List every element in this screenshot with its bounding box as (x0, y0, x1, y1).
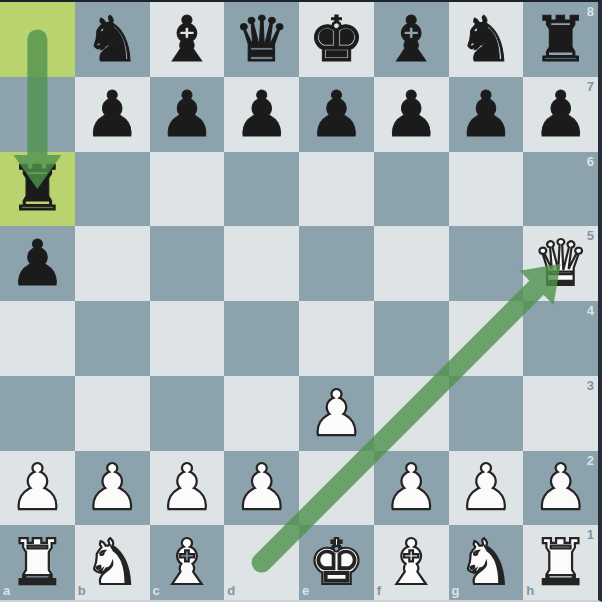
square-g1[interactable]: ♞g (449, 525, 524, 600)
square-b8[interactable]: ♞ (75, 2, 150, 77)
piece-white-pawn[interactable]: ♟ (523, 451, 598, 526)
piece-white-pawn[interactable]: ♟ (75, 451, 150, 526)
piece-black-pawn[interactable]: ♟ (75, 77, 150, 152)
piece-white-pawn[interactable]: ♟ (150, 451, 225, 526)
rank-label-3: 3 (587, 379, 594, 392)
board-grid: ♞♝♛♚♝♞♜8♟♟♟♟♟♟♟7♜6♟♛54♟3♟♟♟♟♟♟♟2♜a♞b♝cd♚… (0, 2, 598, 600)
square-e2[interactable] (299, 451, 374, 526)
piece-black-pawn[interactable]: ♟ (150, 77, 225, 152)
square-g6[interactable] (449, 152, 524, 227)
square-a8[interactable] (0, 2, 75, 77)
piece-white-pawn[interactable]: ♟ (0, 451, 75, 526)
square-a3[interactable] (0, 376, 75, 451)
square-g5[interactable] (449, 226, 524, 301)
square-f6[interactable] (374, 152, 449, 227)
square-a6[interactable]: ♜ (0, 152, 75, 227)
piece-white-knight[interactable]: ♞ (449, 525, 524, 600)
square-a5[interactable]: ♟ (0, 226, 75, 301)
square-h4[interactable]: 4 (523, 301, 598, 376)
square-e7[interactable]: ♟ (299, 77, 374, 152)
square-a1[interactable]: ♜a (0, 525, 75, 600)
square-f7[interactable]: ♟ (374, 77, 449, 152)
square-d8[interactable]: ♛ (224, 2, 299, 77)
piece-black-pawn[interactable]: ♟ (0, 226, 75, 301)
piece-black-pawn[interactable]: ♟ (224, 77, 299, 152)
chess-board: ♞♝♛♚♝♞♜8♟♟♟♟♟♟♟7♜6♟♛54♟3♟♟♟♟♟♟♟2♜a♞b♝cd♚… (0, 0, 602, 602)
square-h2[interactable]: ♟2 (523, 451, 598, 526)
piece-black-rook[interactable]: ♜ (523, 2, 598, 77)
piece-white-rook[interactable]: ♜ (523, 525, 598, 600)
square-h5[interactable]: ♛5 (523, 226, 598, 301)
square-d2[interactable]: ♟ (224, 451, 299, 526)
piece-white-pawn[interactable]: ♟ (374, 451, 449, 526)
square-e5[interactable] (299, 226, 374, 301)
piece-black-bishop[interactable]: ♝ (374, 2, 449, 77)
square-d7[interactable]: ♟ (224, 77, 299, 152)
square-c4[interactable] (150, 301, 225, 376)
square-b3[interactable] (75, 376, 150, 451)
square-h7[interactable]: ♟7 (523, 77, 598, 152)
rank-label-6: 6 (587, 155, 594, 168)
piece-white-bishop[interactable]: ♝ (374, 525, 449, 600)
piece-black-rook[interactable]: ♜ (0, 152, 75, 227)
square-b4[interactable] (75, 301, 150, 376)
piece-black-knight[interactable]: ♞ (75, 2, 150, 77)
chess-app-window: ♞♝♛♚♝♞♜8♟♟♟♟♟♟♟7♜6♟♛54♟3♟♟♟♟♟♟♟2♜a♞b♝cd♚… (0, 0, 602, 602)
square-c7[interactable]: ♟ (150, 77, 225, 152)
square-f4[interactable] (374, 301, 449, 376)
square-a2[interactable]: ♟ (0, 451, 75, 526)
square-f1[interactable]: ♝f (374, 525, 449, 600)
square-d4[interactable] (224, 301, 299, 376)
square-g2[interactable]: ♟ (449, 451, 524, 526)
square-g7[interactable]: ♟ (449, 77, 524, 152)
square-d3[interactable] (224, 376, 299, 451)
piece-white-pawn[interactable]: ♟ (224, 451, 299, 526)
rank-label-4: 4 (587, 304, 594, 317)
piece-black-pawn[interactable]: ♟ (523, 77, 598, 152)
square-b1[interactable]: ♞b (75, 525, 150, 600)
square-e4[interactable] (299, 301, 374, 376)
piece-black-pawn[interactable]: ♟ (374, 77, 449, 152)
piece-white-pawn[interactable]: ♟ (449, 451, 524, 526)
square-e3[interactable]: ♟ (299, 376, 374, 451)
piece-black-pawn[interactable]: ♟ (449, 77, 524, 152)
square-e1[interactable]: ♚e (299, 525, 374, 600)
square-c2[interactable]: ♟ (150, 451, 225, 526)
square-f5[interactable] (374, 226, 449, 301)
file-label-d: d (227, 584, 235, 597)
square-a4[interactable] (0, 301, 75, 376)
piece-black-knight[interactable]: ♞ (449, 2, 524, 77)
square-f3[interactable] (374, 376, 449, 451)
square-c5[interactable] (150, 226, 225, 301)
piece-white-king[interactable]: ♚ (299, 525, 374, 600)
piece-black-queen[interactable]: ♛ (224, 2, 299, 77)
piece-black-pawn[interactable]: ♟ (299, 77, 374, 152)
square-h6[interactable]: 6 (523, 152, 598, 227)
square-e6[interactable] (299, 152, 374, 227)
square-a7[interactable] (0, 77, 75, 152)
piece-white-bishop[interactable]: ♝ (150, 525, 225, 600)
square-h8[interactable]: ♜8 (523, 2, 598, 77)
piece-black-king[interactable]: ♚ (299, 2, 374, 77)
square-c3[interactable] (150, 376, 225, 451)
square-c8[interactable]: ♝ (150, 2, 225, 77)
square-b7[interactable]: ♟ (75, 77, 150, 152)
square-g8[interactable]: ♞ (449, 2, 524, 77)
piece-white-knight[interactable]: ♞ (75, 525, 150, 600)
square-h1[interactable]: ♜h1 (523, 525, 598, 600)
square-g4[interactable] (449, 301, 524, 376)
square-g3[interactable] (449, 376, 524, 451)
square-c1[interactable]: ♝c (150, 525, 225, 600)
square-b5[interactable] (75, 226, 150, 301)
square-d5[interactable] (224, 226, 299, 301)
piece-white-rook[interactable]: ♜ (0, 525, 75, 600)
square-b2[interactable]: ♟ (75, 451, 150, 526)
piece-white-queen[interactable]: ♛ (523, 226, 598, 301)
square-e8[interactable]: ♚ (299, 2, 374, 77)
square-b6[interactable] (75, 152, 150, 227)
square-c6[interactable] (150, 152, 225, 227)
piece-black-bishop[interactable]: ♝ (150, 2, 225, 77)
square-f8[interactable]: ♝ (374, 2, 449, 77)
square-f2[interactable]: ♟ (374, 451, 449, 526)
square-d6[interactable] (224, 152, 299, 227)
square-d1[interactable]: d (224, 525, 299, 600)
square-h3[interactable]: 3 (523, 376, 598, 451)
piece-white-pawn[interactable]: ♟ (299, 376, 374, 451)
